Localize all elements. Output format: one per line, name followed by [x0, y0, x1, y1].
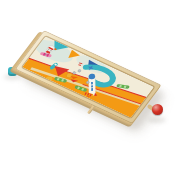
- rocket-marking: [91, 82, 93, 85]
- pinball-board: [14, 30, 161, 124]
- rocket-marking: [91, 88, 93, 91]
- knob-shadow: [148, 117, 166, 123]
- rocket-marking: [91, 85, 93, 87]
- product-photo-scene: [0, 0, 180, 175]
- launcher-knob: [152, 104, 163, 115]
